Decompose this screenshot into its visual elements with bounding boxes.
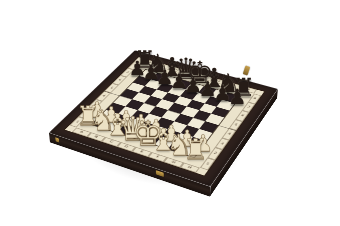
square-g2[interactable]	[174, 133, 193, 145]
coord-label-h: H	[239, 86, 257, 94]
square-c2[interactable]	[124, 117, 143, 128]
coord-label-2: 2	[79, 108, 95, 119]
square-d3[interactable]	[143, 114, 162, 125]
coord-label-f: F	[147, 152, 167, 162]
square-g1[interactable]	[168, 141, 188, 153]
product-photo: ABCDEFGH ABCDEFGH 87654321 87654321 ♜♞♟♝…	[0, 0, 340, 226]
square-h1[interactable]	[181, 145, 201, 158]
square-h2[interactable]	[187, 137, 206, 149]
coord-label-6: 6	[235, 110, 249, 121]
square-d1[interactable]	[129, 129, 149, 141]
coord-label-c: C	[101, 137, 120, 147]
square-e4[interactable]	[162, 110, 181, 121]
coord-label-e: E	[132, 147, 152, 157]
coord-label-2: 2	[207, 147, 222, 160]
coord-label-g: G	[163, 157, 183, 167]
square-f2[interactable]	[161, 129, 180, 141]
coord-label-4: 4	[222, 128, 237, 140]
square-d2[interactable]	[136, 121, 155, 133]
square-b2[interactable]	[111, 113, 130, 124]
coord-label-d: D	[116, 142, 136, 152]
coord-label-5: 5	[229, 119, 243, 130]
square-h3[interactable]	[193, 129, 212, 141]
coord-label-1: 1	[200, 157, 216, 170]
square-h5[interactable]	[206, 114, 225, 125]
square-g3[interactable]	[181, 125, 200, 137]
square-f4[interactable]	[174, 114, 193, 125]
square-e2[interactable]	[148, 125, 167, 137]
square-c3[interactable]	[131, 110, 150, 121]
square-c1[interactable]	[116, 125, 135, 137]
coord-label-b: B	[86, 132, 105, 141]
coord-label-1: 1	[69, 116, 85, 127]
coord-label-a: A	[72, 127, 91, 136]
square-f3[interactable]	[168, 121, 187, 133]
coord-label-3: 3	[215, 138, 230, 150]
square-a1[interactable]	[92, 117, 111, 128]
hinge-icon	[55, 137, 59, 142]
square-e3[interactable]	[155, 117, 174, 128]
square-f1[interactable]	[154, 137, 174, 149]
square-g5[interactable]	[193, 110, 211, 121]
square-h4[interactable]	[200, 121, 219, 133]
coord-label-7: 7	[242, 102, 256, 113]
clasp-icon	[155, 170, 163, 177]
coord-label-h: H	[180, 162, 200, 173]
square-a2[interactable]	[99, 110, 118, 121]
square-e1[interactable]	[142, 132, 162, 144]
square-g4[interactable]	[187, 117, 206, 128]
hinge-icon	[243, 65, 251, 75]
square-b1[interactable]	[104, 121, 123, 133]
